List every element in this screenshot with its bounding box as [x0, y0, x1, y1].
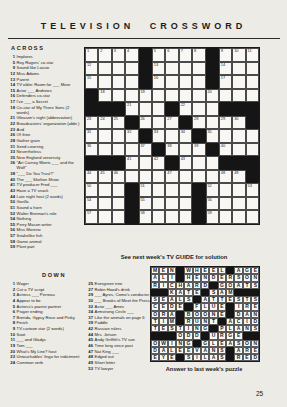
puzzle-cell[interactable]: 45	[98, 170, 111, 184]
puzzle-cell[interactable]: 33	[152, 129, 165, 143]
cell-number: 55	[140, 198, 144, 202]
puzzle-cell[interactable]	[139, 156, 152, 170]
answer-letter-cell: C	[151, 303, 159, 310]
puzzle-cell[interactable]	[98, 143, 111, 157]
answer-black-cell	[226, 311, 234, 318]
answer-letter-cell: S	[234, 274, 242, 281]
page-number: 25	[256, 390, 263, 397]
black-cell	[165, 156, 178, 170]
cell-number: 54	[87, 198, 91, 202]
black-cell	[206, 62, 219, 76]
puzzle-cell[interactable]	[192, 75, 205, 89]
cell-number: 39	[194, 144, 198, 148]
answer-letter-cell: N	[243, 325, 251, 332]
cell-number: 9	[221, 49, 223, 53]
puzzle-cell[interactable]	[192, 62, 205, 76]
black-cell	[246, 102, 259, 116]
black-cell	[112, 102, 125, 116]
puzzle-cell[interactable]	[192, 102, 205, 116]
answer-letter-cell: O	[151, 340, 159, 347]
puzzle-cell[interactable]	[112, 75, 125, 89]
puzzle-cell[interactable]: 54	[85, 197, 98, 211]
puzzle-cell[interactable]	[125, 62, 138, 76]
puzzle-cell[interactable]: 41	[125, 156, 138, 170]
puzzle-cell[interactable]: 56	[206, 197, 219, 211]
puzzle-cell[interactable]: 12	[85, 62, 98, 76]
answer-letter-cell: S	[151, 296, 159, 303]
answer-letter-cell: S	[184, 296, 192, 303]
puzzle-cell[interactable]	[152, 89, 165, 103]
answer-letter-cell: A	[234, 282, 242, 289]
answer-black-cell	[201, 289, 209, 296]
answer-letter-cell: S	[218, 354, 226, 361]
puzzle-cell[interactable]: 6	[165, 48, 178, 62]
puzzle-cell[interactable]	[179, 75, 192, 89]
black-cell	[152, 143, 165, 157]
puzzle-cell[interactable]: 43	[179, 156, 192, 170]
clue-text: Plant part	[17, 245, 83, 250]
puzzle-cell[interactable]: 48	[219, 170, 232, 184]
answer-black-cell	[226, 347, 234, 354]
puzzle-cell[interactable]	[112, 143, 125, 157]
black-cell	[125, 116, 138, 130]
answer-letter-cell: D	[168, 303, 176, 310]
puzzle-cell[interactable]	[98, 210, 111, 224]
puzzle-cell[interactable]	[98, 62, 111, 76]
puzzle-cell[interactable]: 29	[219, 116, 232, 130]
puzzle-cell[interactable]: 34	[179, 129, 192, 143]
puzzle-cell[interactable]: 28	[192, 116, 205, 130]
answer-letter-cell: E	[193, 274, 201, 281]
puzzle-cell[interactable]	[246, 129, 259, 143]
cell-number: 25	[114, 117, 118, 121]
black-cell	[219, 102, 232, 116]
puzzle-cell[interactable]: 57	[85, 210, 98, 224]
puzzle-cell[interactable]	[246, 197, 259, 211]
puzzle-cell[interactable]: 19	[139, 89, 152, 103]
answer-letter-cell: N	[193, 325, 201, 332]
cell-number: 22	[181, 103, 185, 107]
answer-letter-cell: E	[193, 289, 201, 296]
cell-number: 47	[167, 171, 171, 175]
black-cell	[139, 75, 152, 89]
puzzle-cell[interactable]: 4	[125, 48, 138, 62]
black-cell	[125, 197, 138, 211]
puzzle-cell[interactable]	[232, 75, 245, 89]
black-cell	[139, 48, 152, 62]
puzzle-cell[interactable]: 20	[206, 89, 219, 103]
puzzle-cell[interactable]	[152, 102, 165, 116]
puzzle-cell[interactable]	[112, 197, 125, 211]
cell-number: 40	[221, 144, 225, 148]
answer-letter-cell: E	[159, 267, 167, 274]
black-cell	[206, 75, 219, 89]
puzzle-cell[interactable]	[232, 143, 245, 157]
answer-black-cell	[176, 318, 184, 325]
puzzle-cell[interactable]	[165, 129, 178, 143]
answer-letter-cell: S	[184, 354, 192, 361]
puzzle-cell[interactable]: 25	[112, 116, 125, 130]
cell-number: 8	[194, 49, 196, 53]
puzzle-cell[interactable]	[152, 197, 165, 211]
cell-number: 29	[221, 117, 225, 121]
answer-letter-cell: T	[151, 318, 159, 325]
puzzle-cell[interactable]: 51	[139, 183, 152, 197]
puzzle-cell[interactable]	[98, 75, 111, 89]
black-cell	[246, 116, 259, 130]
clue-number: 36	[8, 161, 17, 171]
puzzle-cell[interactable]	[125, 143, 138, 157]
puzzle-cell[interactable]	[112, 89, 125, 103]
cell-number: 10	[234, 49, 238, 53]
puzzle-cell[interactable]	[246, 210, 259, 224]
puzzle-cell[interactable]	[232, 62, 245, 76]
cell-number: 34	[181, 130, 185, 134]
puzzle-cell[interactable]	[179, 62, 192, 76]
puzzle-cell[interactable]	[179, 143, 192, 157]
answer-letter-cell: W	[159, 340, 167, 347]
puzzle-cell[interactable]: 52	[206, 183, 219, 197]
puzzle-cell[interactable]	[179, 170, 192, 184]
puzzle-cell[interactable]	[219, 129, 232, 143]
answer-letter-cell: A	[226, 318, 234, 325]
answer-letter-cell: E	[209, 267, 217, 274]
cell-number: 1	[87, 49, 89, 53]
answer-letter-cell: E	[159, 296, 167, 303]
puzzle-cell[interactable]	[206, 102, 219, 116]
puzzle-cell[interactable]: 31	[85, 129, 98, 143]
answer-letter-cell: L	[226, 325, 234, 332]
cell-number: 56	[207, 198, 211, 202]
puzzle-cell[interactable]	[179, 210, 192, 224]
answer-letter-cell: V	[193, 347, 201, 354]
answer-letter-cell: E	[218, 303, 226, 310]
answer-black-cell	[159, 332, 167, 339]
puzzle-cell[interactable]: 37	[139, 143, 152, 157]
answer-letter-cell: D	[151, 347, 159, 354]
puzzle-cell[interactable]: 40	[219, 143, 232, 157]
puzzle-cell[interactable]: 15	[85, 75, 98, 89]
cell-number: 31	[87, 130, 91, 134]
puzzle-cell[interactable]	[206, 116, 219, 130]
answer-letter-cell: T	[151, 325, 159, 332]
answer-letter-cell: A	[234, 267, 242, 274]
answer-letter-cell: F	[193, 303, 201, 310]
puzzle-cell[interactable]: 27	[165, 116, 178, 130]
page-title: TELEVISION CROSSWORD	[0, 21, 287, 31]
puzzle-cell[interactable]: 39	[192, 143, 205, 157]
puzzle-cell[interactable]	[219, 183, 232, 197]
down-clue-list-col1: 1Wager2Cut a TV script3Actress ___ Perre…	[8, 282, 83, 367]
puzzle-cell[interactable]	[192, 170, 205, 184]
answer-letter-cell: L	[159, 274, 167, 281]
across-header: ACROSS	[11, 45, 45, 51]
answer-letter-cell: R	[226, 274, 234, 281]
black-cell	[139, 62, 152, 76]
black-cell	[192, 129, 205, 143]
answer-letter-cell: G	[226, 332, 234, 339]
puzzle-cell[interactable]: 26	[139, 116, 152, 130]
puzzle-cell[interactable]: 9	[219, 48, 232, 62]
black-cell	[85, 89, 98, 103]
cell-number: 3	[114, 49, 116, 53]
answer-letter-cell: A	[184, 282, 192, 289]
puzzle-cell[interactable]	[246, 75, 259, 89]
puzzle-cell[interactable]	[219, 210, 232, 224]
puzzle-cell[interactable]	[246, 89, 259, 103]
clue-number: 53	[86, 367, 95, 372]
puzzle-cell[interactable]	[152, 210, 165, 224]
puzzle-cell[interactable]	[165, 210, 178, 224]
answer-letter-cell: E	[234, 332, 242, 339]
puzzle-cell[interactable]: 14	[219, 62, 232, 76]
puzzle-cell[interactable]	[152, 116, 165, 130]
cell-number: 5	[154, 49, 156, 53]
puzzle-cell[interactable]: 10	[232, 48, 245, 62]
black-cell	[85, 156, 98, 170]
puzzle-cell[interactable]: 2	[98, 48, 111, 62]
puzzle-cell[interactable]	[152, 183, 165, 197]
puzzle-cell[interactable]	[179, 197, 192, 211]
answer-black-cell	[176, 274, 184, 281]
puzzle-cell[interactable]	[219, 197, 232, 211]
clue-text: Broadcasters' organization (abbr.)	[17, 122, 83, 127]
answer-letter-cell: N	[201, 318, 209, 325]
answer-black-cell	[218, 318, 226, 325]
answer-letter-cell: A	[201, 347, 209, 354]
answer-letter-cell: O	[193, 311, 201, 318]
answer-letter-cell: L	[201, 354, 209, 361]
puzzle-cell[interactable]: 49	[232, 170, 245, 184]
title-rule	[8, 38, 280, 39]
puzzle-cell[interactable]: 5	[152, 48, 165, 62]
answer-letter-cell: Y	[159, 354, 167, 361]
cell-number: 7	[181, 49, 183, 53]
answer-letter-cell: S	[251, 325, 259, 332]
black-cell	[219, 156, 232, 170]
puzzle-cell[interactable]: 18	[98, 89, 111, 103]
down-header: DOWN	[42, 272, 66, 278]
puzzle-cell[interactable]	[232, 89, 245, 103]
black-cell	[232, 102, 245, 116]
magazine-page: TELEVISION CROSSWORD ACROSS 1Implores5Ro…	[0, 0, 287, 407]
puzzle-cell[interactable]: 8	[192, 48, 205, 62]
answer-letter-cell: I	[184, 325, 192, 332]
puzzle-grid[interactable]: 1234567891011121314151617181920212223242…	[84, 47, 260, 225]
puzzle-cell[interactable]: 59	[206, 210, 219, 224]
answer-letter-cell: E	[251, 347, 259, 354]
puzzle-cell[interactable]	[179, 89, 192, 103]
answer-letter-cell: N	[176, 340, 184, 347]
puzzle-cell[interactable]: 7	[179, 48, 192, 62]
cell-number: 53	[248, 184, 252, 188]
puzzle-cell[interactable]: 13	[152, 62, 165, 76]
cell-number: 32	[127, 130, 131, 134]
puzzle-cell[interactable]	[165, 197, 178, 211]
answer-letter-cell: D	[251, 354, 259, 361]
answer-letter-cell: R	[234, 354, 242, 361]
puzzle-cell[interactable]	[139, 170, 152, 184]
answer-letter-cell: N	[209, 347, 217, 354]
puzzle-cell[interactable]: 24	[98, 116, 111, 130]
puzzle-cell[interactable]: 1	[85, 48, 98, 62]
puzzle-cell[interactable]	[165, 183, 178, 197]
answer-letter-cell: R	[184, 318, 192, 325]
cell-number: 11	[248, 49, 252, 53]
answer-letter-cell: P	[218, 325, 226, 332]
puzzle-cell[interactable]	[112, 210, 125, 224]
answer-letter-cell: I	[243, 318, 251, 325]
answer-letter-cell: E	[218, 311, 226, 318]
puzzle-cell[interactable]	[125, 75, 138, 89]
cell-number: 15	[87, 76, 91, 80]
answer-letter-cell: O	[201, 311, 209, 318]
puzzle-cell[interactable]	[152, 170, 165, 184]
answer-letter-cell: R	[243, 347, 251, 354]
answer-letter-cell: N	[251, 274, 259, 281]
cell-number: 50	[87, 184, 91, 188]
puzzle-cell[interactable]	[125, 170, 138, 184]
puzzle-cell[interactable]	[112, 62, 125, 76]
answer-letter-cell: I	[159, 282, 167, 289]
black-cell	[98, 102, 111, 116]
puzzle-cell[interactable]: 47	[165, 170, 178, 184]
puzzle-cell[interactable]: 38	[165, 143, 178, 157]
answer-letter-cell: L	[218, 267, 226, 274]
cell-number: 24	[100, 117, 104, 121]
puzzle-cell[interactable]: 22	[179, 102, 192, 116]
cell-number: 58	[140, 211, 144, 215]
puzzle-cell[interactable]: 17	[219, 75, 232, 89]
puzzle-cell[interactable]	[192, 156, 205, 170]
puzzle-cell[interactable]	[192, 89, 205, 103]
answer-letter-cell: D	[193, 332, 201, 339]
cell-number: 12	[87, 63, 91, 67]
black-cell	[139, 129, 152, 143]
answer-letter-cell: R	[193, 282, 201, 289]
puzzle-cell[interactable]	[165, 75, 178, 89]
answer-letter-cell: E	[168, 354, 176, 361]
answer-letter-cell: I	[159, 318, 167, 325]
answer-letter-cell: E	[251, 303, 259, 310]
cell-number: 21	[127, 103, 131, 107]
answer-letter-cell: A	[176, 289, 184, 296]
answer-letter-cell: E	[151, 354, 159, 361]
down-clue-list-col2: 25Evergreen tree27Robin Hood's drink29__…	[86, 282, 158, 372]
answer-letter-cell: A	[159, 347, 167, 354]
cell-number: 48	[221, 171, 225, 175]
black-cell	[192, 183, 205, 197]
answer-black-cell	[251, 289, 259, 296]
cell-number: 37	[140, 144, 144, 148]
across-clue-list: 1Implores5Roy Rogers' co-star9Sound like…	[8, 55, 83, 251]
puzzle-cell[interactable]	[232, 129, 245, 143]
puzzle-cell[interactable]	[98, 129, 111, 143]
answer-black-cell	[209, 325, 217, 332]
answer-letter-cell: T	[209, 318, 217, 325]
clue-number: 18	[8, 106, 17, 116]
puzzle-cell[interactable]: 23	[85, 116, 98, 130]
puzzle-cell[interactable]	[112, 183, 125, 197]
clue-item: 36"Art Carney Meets ___ and the Wolf"	[8, 161, 83, 171]
puzzle-cell[interactable]: 30	[232, 116, 245, 130]
puzzle-cell[interactable]: 36	[85, 143, 98, 157]
puzzle-cell[interactable]	[246, 62, 259, 76]
cell-number: 20	[207, 90, 211, 94]
puzzle-cell[interactable]	[206, 170, 219, 184]
puzzle-cell[interactable]: 21	[125, 102, 138, 116]
answer-letter-cell: S	[234, 340, 242, 347]
black-cell	[125, 210, 138, 224]
cell-number: 38	[167, 144, 171, 148]
puzzle-cell[interactable]	[232, 210, 245, 224]
puzzle-cell[interactable]: 53	[246, 183, 259, 197]
cell-number: 13	[154, 63, 158, 67]
answer-letter-cell: T	[209, 296, 217, 303]
answer-letter-cell: D	[184, 332, 192, 339]
answer-black-cell	[159, 289, 167, 296]
puzzle-cell[interactable]: 44	[85, 170, 98, 184]
puzzle-cell[interactable]	[206, 156, 219, 170]
answer-letter-cell: U	[209, 332, 217, 339]
answer-black-cell	[151, 332, 159, 339]
answer-black-cell	[176, 267, 184, 274]
puzzle-cell[interactable]	[179, 183, 192, 197]
answer-letter-cell: E	[218, 340, 226, 347]
black-cell	[112, 156, 125, 170]
puzzle-cell[interactable]: 55	[139, 197, 152, 211]
answer-letter-cell: C	[234, 318, 242, 325]
black-cell	[192, 197, 205, 211]
puzzle-cell[interactable]	[139, 102, 152, 116]
puzzle-cell[interactable]	[232, 183, 245, 197]
answer-letter-cell: N	[168, 267, 176, 274]
puzzle-cell[interactable]	[219, 89, 232, 103]
puzzle-cell[interactable]: 46	[112, 170, 125, 184]
puzzle-cell[interactable]: 32	[125, 129, 138, 143]
answer-letter-cell: N	[251, 311, 259, 318]
answer-letter-cell: R	[159, 311, 167, 318]
puzzle-cell[interactable]	[112, 129, 125, 143]
answer-black-cell	[193, 340, 201, 347]
puzzle-cell[interactable]	[246, 143, 259, 157]
puzzle-cell[interactable]: 16	[152, 75, 165, 89]
puzzle-cell[interactable]: 35	[206, 129, 219, 143]
puzzle-cell[interactable]	[232, 197, 245, 211]
puzzle-cell[interactable]: 42	[152, 156, 165, 170]
puzzle-cell[interactable]	[98, 197, 111, 211]
cell-number: 49	[234, 171, 238, 175]
answer-letter-cell: R	[218, 332, 226, 339]
puzzle-cell[interactable]: 50	[85, 183, 98, 197]
puzzle-cell[interactable]	[165, 62, 178, 76]
cell-number: 44	[87, 171, 91, 175]
puzzle-cell[interactable]: 11	[246, 48, 259, 62]
answer-letter-cell: L	[176, 296, 184, 303]
answer-letter-cell: E	[184, 347, 192, 354]
puzzle-cell[interactable]	[125, 89, 138, 103]
puzzle-cell[interactable]: 58	[139, 210, 152, 224]
puzzle-cell[interactable]	[165, 89, 178, 103]
puzzle-cell[interactable]: 3	[112, 48, 125, 62]
cell-number: 57	[87, 211, 91, 215]
puzzle-cell[interactable]	[98, 183, 111, 197]
answer-letter-cell: S	[251, 282, 259, 289]
cell-number: 30	[234, 117, 238, 121]
answer-letter-cell: S	[234, 296, 242, 303]
cell-number: 16	[154, 76, 158, 80]
answer-letter-cell: N	[209, 311, 217, 318]
